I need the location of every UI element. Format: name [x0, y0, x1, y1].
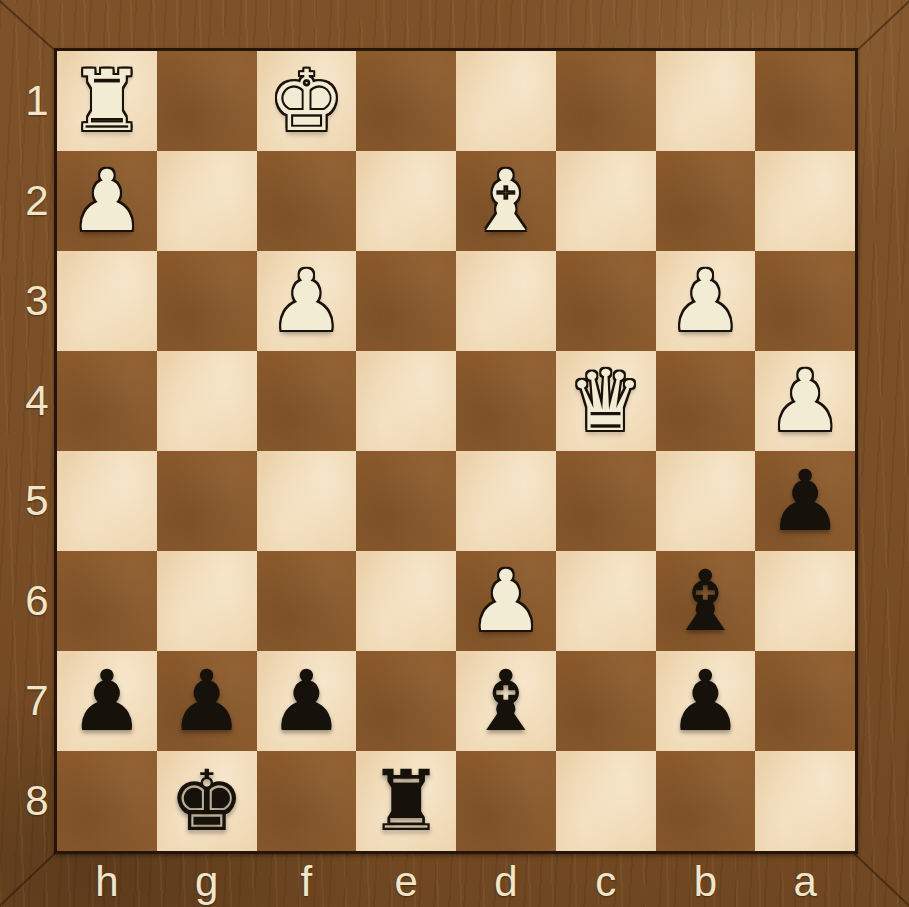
square-b5[interactable] — [656, 451, 756, 551]
square-e4[interactable] — [356, 351, 456, 451]
square-b3[interactable]: ♟ — [656, 251, 756, 351]
square-b6[interactable]: ♝ — [656, 551, 756, 651]
square-d3[interactable] — [456, 251, 556, 351]
square-g5[interactable] — [157, 451, 257, 551]
square-d2[interactable]: ♝ — [456, 151, 556, 251]
square-h7[interactable]: ♟ — [57, 651, 157, 751]
square-a7[interactable] — [755, 651, 855, 751]
square-h3[interactable] — [57, 251, 157, 351]
square-d8[interactable] — [456, 751, 556, 851]
black-pawn[interactable]: ♟ — [767, 452, 842, 550]
white-pawn[interactable]: ♟ — [668, 252, 743, 350]
square-b8[interactable] — [656, 751, 756, 851]
square-h2[interactable]: ♟ — [57, 151, 157, 251]
square-e8[interactable]: ♜ — [356, 751, 456, 851]
frame-miter-bottom-right — [853, 853, 909, 907]
square-e3[interactable] — [356, 251, 456, 351]
white-pawn[interactable]: ♟ — [69, 152, 144, 250]
white-king[interactable]: ♚ — [269, 52, 344, 150]
square-d4[interactable] — [456, 351, 556, 451]
black-pawn[interactable]: ♟ — [169, 652, 244, 750]
frame-miter-top-right — [855, 0, 909, 53]
square-h5[interactable] — [57, 451, 157, 551]
file-label-a: a — [755, 853, 855, 907]
white-bishop[interactable]: ♝ — [468, 152, 543, 250]
frame-miter-bottom-left — [0, 851, 57, 907]
square-a4[interactable]: ♟ — [755, 351, 855, 451]
square-b1[interactable] — [656, 51, 756, 151]
black-rook[interactable]: ♜ — [368, 752, 443, 850]
square-a3[interactable] — [755, 251, 855, 351]
board: ♜♚♟♝♟♟♛♟♟♟♝♟♟♟♝♟♚♜ — [54, 48, 858, 854]
square-h6[interactable] — [57, 551, 157, 651]
square-b2[interactable] — [656, 151, 756, 251]
black-bishop[interactable]: ♝ — [668, 552, 743, 650]
square-e1[interactable] — [356, 51, 456, 151]
square-d5[interactable] — [456, 451, 556, 551]
square-a2[interactable] — [755, 151, 855, 251]
square-g2[interactable] — [157, 151, 257, 251]
square-c4[interactable]: ♛ — [556, 351, 656, 451]
square-e5[interactable] — [356, 451, 456, 551]
square-g1[interactable] — [157, 51, 257, 151]
square-f5[interactable] — [257, 451, 357, 551]
file-label-h: h — [57, 853, 157, 907]
square-c5[interactable] — [556, 451, 656, 551]
square-a5[interactable]: ♟ — [755, 451, 855, 551]
black-bishop[interactable]: ♝ — [468, 652, 543, 750]
square-d7[interactable]: ♝ — [456, 651, 556, 751]
square-a1[interactable] — [755, 51, 855, 151]
square-g6[interactable] — [157, 551, 257, 651]
black-pawn[interactable]: ♟ — [668, 652, 743, 750]
square-g7[interactable]: ♟ — [157, 651, 257, 751]
square-g8[interactable]: ♚ — [157, 751, 257, 851]
square-f2[interactable] — [257, 151, 357, 251]
white-pawn[interactable]: ♟ — [767, 352, 842, 450]
file-label-g: g — [157, 853, 257, 907]
square-c3[interactable] — [556, 251, 656, 351]
square-c1[interactable] — [556, 51, 656, 151]
black-pawn[interactable]: ♟ — [269, 652, 344, 750]
white-pawn[interactable]: ♟ — [468, 552, 543, 650]
square-c2[interactable] — [556, 151, 656, 251]
square-f1[interactable]: ♚ — [257, 51, 357, 151]
white-rook[interactable]: ♜ — [69, 52, 144, 150]
file-label-f: f — [257, 853, 357, 907]
square-c8[interactable] — [556, 751, 656, 851]
file-label-c: c — [556, 853, 656, 907]
square-b4[interactable] — [656, 351, 756, 451]
chess-app-window: 12345678 ♜♚♟♝♟♟♛♟♟♟♝♟♟♟♝♟♚♜ hgfedcba — [0, 0, 909, 907]
square-e7[interactable] — [356, 651, 456, 751]
square-e6[interactable] — [356, 551, 456, 651]
file-label-b: b — [656, 853, 756, 907]
square-f7[interactable]: ♟ — [257, 651, 357, 751]
square-f4[interactable] — [257, 351, 357, 451]
white-pawn[interactable]: ♟ — [269, 252, 344, 350]
square-h1[interactable]: ♜ — [57, 51, 157, 151]
square-g4[interactable] — [157, 351, 257, 451]
square-a8[interactable] — [755, 751, 855, 851]
square-d1[interactable] — [456, 51, 556, 151]
file-label-e: e — [356, 853, 456, 907]
square-c6[interactable] — [556, 551, 656, 651]
frame-miter-top-left — [0, 0, 57, 53]
square-h4[interactable] — [57, 351, 157, 451]
black-pawn[interactable]: ♟ — [69, 652, 144, 750]
square-a6[interactable] — [755, 551, 855, 651]
square-f8[interactable] — [257, 751, 357, 851]
square-c7[interactable] — [556, 651, 656, 751]
file-labels: hgfedcba — [57, 853, 855, 907]
square-f3[interactable]: ♟ — [257, 251, 357, 351]
white-queen[interactable]: ♛ — [568, 352, 643, 450]
black-king[interactable]: ♚ — [169, 752, 244, 850]
square-e2[interactable] — [356, 151, 456, 251]
square-b7[interactable]: ♟ — [656, 651, 756, 751]
square-g3[interactable] — [157, 251, 257, 351]
square-h8[interactable] — [57, 751, 157, 851]
square-f6[interactable] — [257, 551, 357, 651]
file-label-d: d — [456, 853, 556, 907]
square-d6[interactable]: ♟ — [456, 551, 556, 651]
